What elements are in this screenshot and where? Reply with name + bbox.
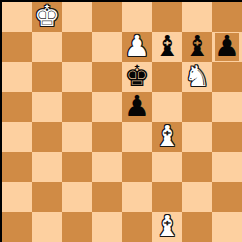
square-b3[interactable]	[32, 152, 62, 182]
square-d2[interactable]	[92, 182, 122, 212]
square-g2[interactable]	[182, 182, 212, 212]
square-f4[interactable]: ♝	[152, 122, 182, 152]
square-h6[interactable]	[212, 62, 242, 92]
square-g6[interactable]: ♞	[182, 62, 212, 92]
chess-board: ♚♟♝♝♟♚♞♟♝♝	[2, 2, 242, 242]
square-d5[interactable]	[92, 92, 122, 122]
square-h8[interactable]	[212, 2, 242, 32]
piece-black-king: ♚	[124, 61, 150, 91]
square-b8[interactable]: ♚	[32, 2, 62, 32]
square-c3[interactable]	[62, 152, 92, 182]
square-a5[interactable]	[2, 92, 32, 122]
square-b1[interactable]	[32, 212, 62, 242]
square-a7[interactable]	[2, 32, 32, 62]
square-g1[interactable]	[182, 212, 212, 242]
square-c8[interactable]	[62, 2, 92, 32]
square-a4[interactable]	[2, 122, 32, 152]
square-f3[interactable]	[152, 152, 182, 182]
square-d3[interactable]	[92, 152, 122, 182]
square-e2[interactable]	[122, 182, 152, 212]
piece-white-king: ♚	[34, 1, 60, 31]
square-e8[interactable]	[122, 2, 152, 32]
square-e1[interactable]	[122, 212, 152, 242]
piece-white-bishop: ♝	[154, 211, 180, 241]
square-d6[interactable]	[92, 62, 122, 92]
square-f2[interactable]	[152, 182, 182, 212]
square-e5[interactable]: ♟	[122, 92, 152, 122]
square-c7[interactable]	[62, 32, 92, 62]
square-a1[interactable]	[2, 212, 32, 242]
square-c1[interactable]	[62, 212, 92, 242]
square-h2[interactable]	[212, 182, 242, 212]
square-g8[interactable]	[182, 2, 212, 32]
piece-black-bishop: ♝	[184, 31, 210, 61]
square-e3[interactable]	[122, 152, 152, 182]
square-g4[interactable]	[182, 122, 212, 152]
square-e6[interactable]: ♚	[122, 62, 152, 92]
square-a3[interactable]	[2, 152, 32, 182]
square-a6[interactable]	[2, 62, 32, 92]
square-e4[interactable]	[122, 122, 152, 152]
square-b6[interactable]	[32, 62, 62, 92]
piece-white-knight: ♞	[184, 61, 210, 91]
square-f6[interactable]	[152, 62, 182, 92]
square-f1[interactable]: ♝	[152, 212, 182, 242]
square-g3[interactable]	[182, 152, 212, 182]
square-f5[interactable]	[152, 92, 182, 122]
square-g7[interactable]: ♝	[182, 32, 212, 62]
square-d8[interactable]	[92, 2, 122, 32]
square-f7[interactable]: ♝	[152, 32, 182, 62]
square-c5[interactable]	[62, 92, 92, 122]
square-h1[interactable]	[212, 212, 242, 242]
square-g5[interactable]	[182, 92, 212, 122]
chess-board-frame: ♚♟♝♝♟♚♞♟♝♝	[0, 0, 242, 242]
piece-black-bishop: ♝	[154, 31, 180, 61]
square-d1[interactable]	[92, 212, 122, 242]
square-h5[interactable]	[212, 92, 242, 122]
square-e7[interactable]: ♟	[122, 32, 152, 62]
square-a8[interactable]	[2, 2, 32, 32]
square-d7[interactable]	[92, 32, 122, 62]
square-d4[interactable]	[92, 122, 122, 152]
square-b4[interactable]	[32, 122, 62, 152]
piece-black-pawn: ♟	[124, 91, 150, 121]
square-b7[interactable]	[32, 32, 62, 62]
square-h4[interactable]	[212, 122, 242, 152]
square-a2[interactable]	[2, 182, 32, 212]
square-c4[interactable]	[62, 122, 92, 152]
piece-white-pawn: ♟	[124, 31, 150, 61]
square-h3[interactable]	[212, 152, 242, 182]
piece-white-bishop: ♝	[154, 121, 180, 151]
square-c6[interactable]	[62, 62, 92, 92]
square-b5[interactable]	[32, 92, 62, 122]
square-h7[interactable]: ♟	[212, 32, 242, 62]
piece-black-pawn: ♟	[214, 31, 240, 61]
square-c2[interactable]	[62, 182, 92, 212]
square-f8[interactable]	[152, 2, 182, 32]
square-b2[interactable]	[32, 182, 62, 212]
